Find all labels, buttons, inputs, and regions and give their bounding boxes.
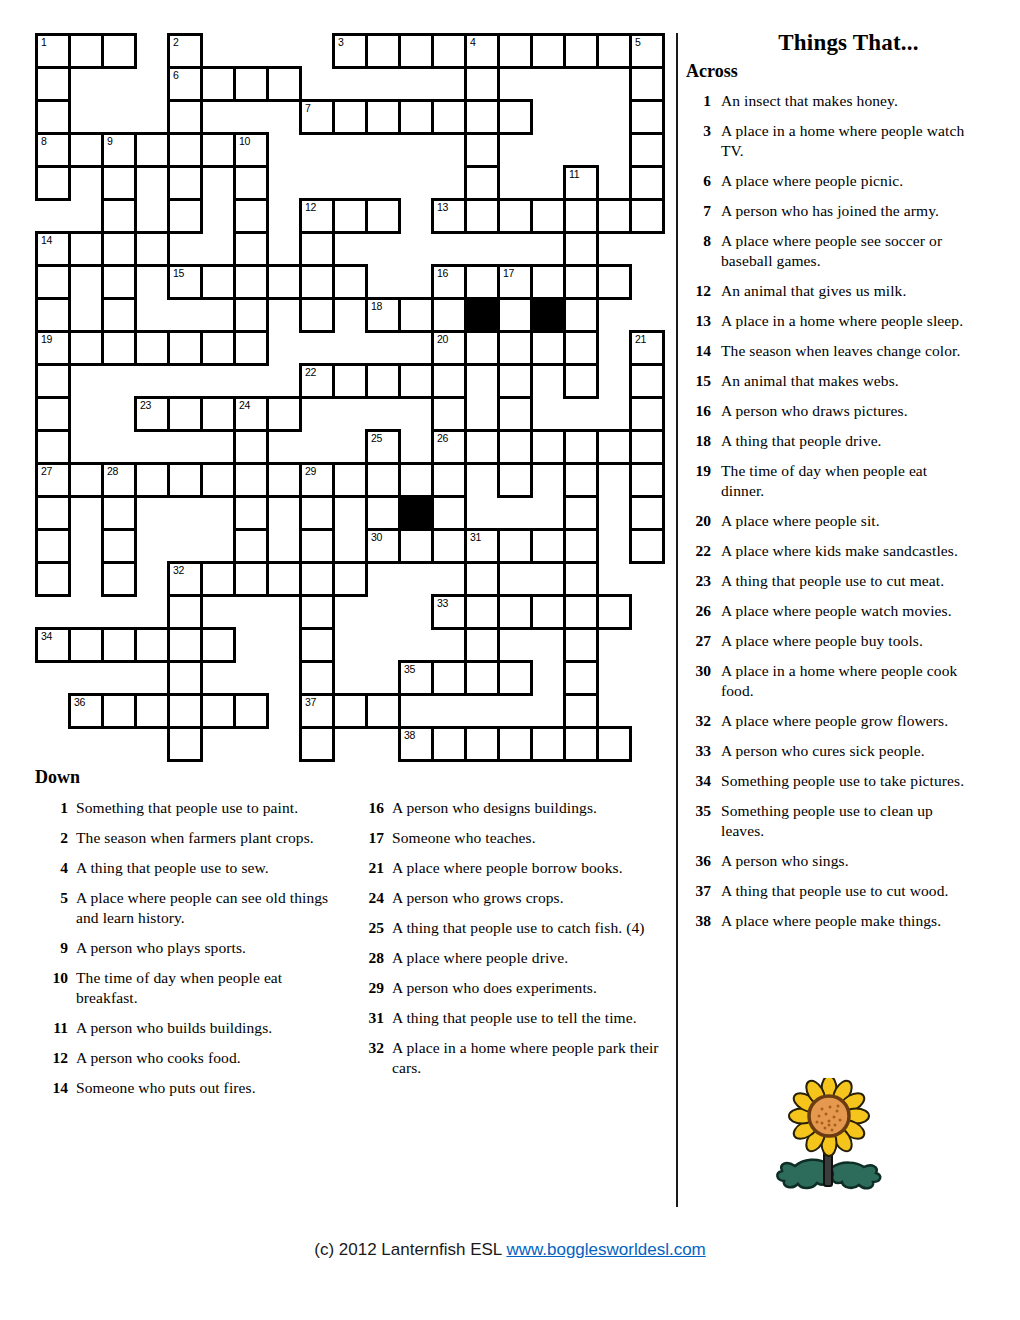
grid-cell-r14c6[interactable] <box>233 495 269 531</box>
grid-cell-r17c17[interactable] <box>596 594 632 630</box>
clue-32-across: 32A place where people grow flowers. <box>677 711 1020 731</box>
grid-cell-r9c3[interactable] <box>134 330 170 366</box>
clue-32-down: 32A place in a home where people park th… <box>360 1038 680 1078</box>
grid-cell-r16c0[interactable] <box>35 561 71 597</box>
grid-cell-r20c16[interactable] <box>563 693 599 729</box>
grid-cell-r19c12[interactable] <box>431 660 467 696</box>
cell-number-12: 12 <box>305 201 316 213</box>
grid-cell-r9c1[interactable] <box>68 330 104 366</box>
grid-cell-r13c8[interactable]: 29 <box>299 462 335 498</box>
grid-cell-r15c11[interactable] <box>398 528 434 564</box>
grid-cell-r20c5[interactable] <box>200 693 236 729</box>
grid-cell-r19c16[interactable] <box>563 660 599 696</box>
grid-cell-r11c0[interactable] <box>35 396 71 432</box>
grid-cell-r2c11[interactable] <box>398 99 434 135</box>
grid-cell-r15c2[interactable] <box>101 528 137 564</box>
grid-cell-r13c2[interactable]: 28 <box>101 462 137 498</box>
grid-cell-r16c4[interactable]: 32 <box>167 561 203 597</box>
grid-cell-r9c2[interactable] <box>101 330 137 366</box>
cell-number-11: 11 <box>569 168 579 180</box>
grid-cell-r8c11[interactable] <box>398 297 434 333</box>
grid-cell-r2c4[interactable] <box>167 99 203 135</box>
grid-cell-r5c12[interactable]: 13 <box>431 198 467 234</box>
grid-cell-r2c18[interactable] <box>629 99 665 135</box>
grid-cell-r14c10[interactable] <box>365 495 401 531</box>
grid-cell-r17c13[interactable] <box>464 594 500 630</box>
grid-cell-r14c0[interactable] <box>35 495 71 531</box>
grid-cell-r5c15[interactable] <box>530 198 566 234</box>
grid-cell-r13c6[interactable] <box>233 462 269 498</box>
grid-cell-r9c4[interactable] <box>167 330 203 366</box>
grid-cell-r15c0[interactable] <box>35 528 71 564</box>
grid-cell-r8c6[interactable] <box>233 297 269 333</box>
grid-cell-r9c14[interactable] <box>497 330 533 366</box>
grid-cell-r21c15[interactable] <box>530 726 566 762</box>
grid-cell-r18c2[interactable] <box>101 627 137 663</box>
grid-cell-r18c3[interactable] <box>134 627 170 663</box>
grid-cell-r13c4[interactable] <box>167 462 203 498</box>
grid-cell-r15c8[interactable] <box>299 528 335 564</box>
grid-cell-r14c8[interactable] <box>299 495 335 531</box>
clue-text: A place where people picnic. <box>721 171 969 191</box>
grid-cell-r7c15[interactable] <box>530 264 566 300</box>
grid-cell-r13c0[interactable]: 27 <box>35 462 71 498</box>
grid-cell-r1c4[interactable]: 6 <box>167 66 203 102</box>
grid-cell-r10c10[interactable] <box>365 363 401 399</box>
crossword-grid: 1234567891011121314151617181920212223242… <box>35 33 668 765</box>
grid-cell-r14c16[interactable] <box>563 495 599 531</box>
grid-cell-r6c2[interactable] <box>101 231 137 267</box>
grid-cell-r6c16[interactable] <box>563 231 599 267</box>
clue-number: 8 <box>677 231 721 251</box>
grid-cell-r13c10[interactable] <box>365 462 401 498</box>
grid-cell-r2c9[interactable] <box>332 99 368 135</box>
grid-cell-r17c16[interactable] <box>563 594 599 630</box>
grid-cell-r7c2[interactable] <box>101 264 137 300</box>
grid-cell-r3c6[interactable]: 10 <box>233 132 269 168</box>
clue-number: 14 <box>677 341 721 361</box>
down-clue-list-col2: 16A person who designs buildings.17Someo… <box>360 798 680 1088</box>
grid-cell-r0c4[interactable]: 2 <box>167 33 203 69</box>
grid-cell-r1c7[interactable] <box>266 66 302 102</box>
grid-cell-r19c14[interactable] <box>497 660 533 696</box>
grid-cell-r12c16[interactable] <box>563 429 599 465</box>
grid-cell-r13c7[interactable] <box>266 462 302 498</box>
clue-number: 33 <box>677 741 721 761</box>
grid-cell-r5c14[interactable] <box>497 198 533 234</box>
clue-text: A thing that people use to tell the time… <box>392 1008 672 1028</box>
grid-cell-r5c13[interactable] <box>464 198 500 234</box>
grid-cell-r1c18[interactable] <box>629 66 665 102</box>
grid-cell-r2c14[interactable] <box>497 99 533 135</box>
grid-cell-r11c18[interactable] <box>629 396 665 432</box>
cell-number-36: 36 <box>74 696 85 708</box>
clue-number: 15 <box>677 371 721 391</box>
cell-number-27: 27 <box>41 465 52 477</box>
clue-text: A person who designs buildings. <box>392 798 672 818</box>
grid-cell-r10c9[interactable] <box>332 363 368 399</box>
clue-number: 18 <box>677 431 721 451</box>
grid-cell-r19c11[interactable]: 35 <box>398 660 434 696</box>
clue-30-across: 30A place in a home where people cook fo… <box>677 661 1020 701</box>
grid-cell-r6c8[interactable] <box>299 231 335 267</box>
clue-number: 28 <box>360 948 392 968</box>
grid-cell-r11c6[interactable]: 24 <box>233 396 269 432</box>
grid-cell-r3c3[interactable] <box>134 132 170 168</box>
grid-cell-r4c18[interactable] <box>629 165 665 201</box>
grid-cell-r3c5[interactable] <box>200 132 236 168</box>
clue-text: An animal that makes webs. <box>721 371 969 391</box>
grid-cell-r5c2[interactable] <box>101 198 137 234</box>
clue-25-down: 25A thing that people use to catch fish.… <box>360 918 680 938</box>
grid-cell-r20c8[interactable]: 37 <box>299 693 335 729</box>
grid-cell-r17c15[interactable] <box>530 594 566 630</box>
grid-cell-r21c11[interactable]: 38 <box>398 726 434 762</box>
grid-cell-r21c12[interactable] <box>431 726 467 762</box>
grid-cell-r7c8[interactable] <box>299 264 335 300</box>
grid-cell-r20c10[interactable] <box>365 693 401 729</box>
grid-cell-r1c13[interactable] <box>464 66 500 102</box>
grid-cell-r11c12[interactable] <box>431 396 467 432</box>
grid-cell-r15c6[interactable] <box>233 528 269 564</box>
grid-cell-r7c17[interactable] <box>596 264 632 300</box>
across-clue-list: 1An insect that makes honey.3A place in … <box>677 91 1020 931</box>
grid-cell-r0c14[interactable] <box>497 33 533 69</box>
grid-cell-r0c2[interactable] <box>101 33 137 69</box>
clue-number: 16 <box>360 798 392 818</box>
clue-35-across: 35Something people use to clean up leave… <box>677 801 1020 841</box>
grid-cell-r5c4[interactable] <box>167 198 203 234</box>
grid-cell-r4c13[interactable] <box>464 165 500 201</box>
grid-cell-r17c14[interactable] <box>497 594 533 630</box>
grid-cell-r21c4[interactable] <box>167 726 203 762</box>
clue-3-across: 3A place in a home where people watch TV… <box>677 121 1020 161</box>
cell-number-20: 20 <box>437 333 448 345</box>
grid-cell-r4c0[interactable] <box>35 165 71 201</box>
grid-cell-r12c18[interactable] <box>629 429 665 465</box>
clue-text: Someone who puts out fires. <box>76 1078 331 1098</box>
grid-cell-r16c6[interactable] <box>233 561 269 597</box>
grid-cell-r7c4[interactable]: 15 <box>167 264 203 300</box>
cell-number-17: 17 <box>503 267 514 279</box>
clue-text: Something that people use to paint. <box>76 798 331 818</box>
grid-cell-r0c18[interactable]: 5 <box>629 33 665 69</box>
grid-cell-r11c7[interactable] <box>266 396 302 432</box>
grid-cell-r0c12[interactable] <box>431 33 467 69</box>
grid-cell-r17c8[interactable] <box>299 594 335 630</box>
grid-cell-r8c10[interactable]: 18 <box>365 297 401 333</box>
grid-cell-r1c6[interactable] <box>233 66 269 102</box>
across-section: Across 1An insect that makes honey.3A pl… <box>677 61 1020 941</box>
grid-cell-r13c3[interactable] <box>134 462 170 498</box>
cell-number-38: 38 <box>404 729 415 741</box>
grid-cell-r10c8[interactable]: 22 <box>299 363 335 399</box>
grid-cell-r13c18[interactable] <box>629 462 665 498</box>
grid-cell-r6c0[interactable]: 14 <box>35 231 71 267</box>
grid-cell-r21c8[interactable] <box>299 726 335 762</box>
grid-cell-r10c0[interactable] <box>35 363 71 399</box>
grid-cell-r2c0[interactable] <box>35 99 71 135</box>
grid-cell-r18c16[interactable] <box>563 627 599 663</box>
grid-cell-r10c12[interactable] <box>431 363 467 399</box>
grid-cell-r1c5[interactable] <box>200 66 236 102</box>
grid-cell-r16c5[interactable] <box>200 561 236 597</box>
grid-cell-r11c3[interactable]: 23 <box>134 396 170 432</box>
grid-cell-r15c15[interactable] <box>530 528 566 564</box>
grid-cell-r14c2[interactable] <box>101 495 137 531</box>
grid-cell-r16c16[interactable] <box>563 561 599 597</box>
grid-cell-r6c3[interactable] <box>134 231 170 267</box>
clue-2-down: 2The season when farmers plant crops. <box>35 828 345 848</box>
cell-number-23: 23 <box>140 399 151 411</box>
grid-cell-r9c13[interactable] <box>464 330 500 366</box>
clue-number: 32 <box>360 1038 392 1058</box>
grid-cell-r12c13[interactable] <box>464 429 500 465</box>
clue-9-down: 9A person who plays sports. <box>35 938 345 958</box>
grid-cell-r8c0[interactable] <box>35 297 71 333</box>
grid-cell-r11c14[interactable] <box>497 396 533 432</box>
grid-cell-r21c14[interactable] <box>497 726 533 762</box>
cell-number-8: 8 <box>41 135 47 147</box>
grid-cell-r7c7[interactable] <box>266 264 302 300</box>
cell-number-24: 24 <box>239 399 250 411</box>
clue-text: Something people use to take pictures. <box>721 771 969 791</box>
clue-text: A thing that people use to catch fish. (… <box>392 918 672 938</box>
grid-cell-r8c2[interactable] <box>101 297 137 333</box>
grid-cell-r7c16[interactable] <box>563 264 599 300</box>
grid-cell-r1c0[interactable] <box>35 66 71 102</box>
grid-cell-r20c9[interactable] <box>332 693 368 729</box>
clue-37-across: 37A thing that people use to cut wood. <box>677 881 1020 901</box>
grid-cell-r7c13[interactable] <box>464 264 500 300</box>
grid-cell-r7c12[interactable]: 16 <box>431 264 467 300</box>
grid-cell-r2c10[interactable] <box>365 99 401 135</box>
footer-link[interactable]: www.bogglesworldesl.com <box>506 1240 705 1259</box>
grid-cell-r18c1[interactable] <box>68 627 104 663</box>
clue-text: The season when leaves change color. <box>721 341 969 361</box>
grid-cell-r20c1[interactable]: 36 <box>68 693 104 729</box>
grid-cell-r4c2[interactable] <box>101 165 137 201</box>
clue-number: 31 <box>360 1008 392 1028</box>
grid-cell-r8c8[interactable] <box>299 297 335 333</box>
grid-cell-r3c13[interactable] <box>464 132 500 168</box>
down-clue-list-col1: 1Something that people use to paint.2The… <box>35 798 345 1108</box>
grid-cell-r5c16[interactable] <box>563 198 599 234</box>
grid-cell-r5c6[interactable] <box>233 198 269 234</box>
grid-cell-r12c10[interactable]: 25 <box>365 429 401 465</box>
grid-cell-r2c12[interactable] <box>431 99 467 135</box>
grid-cell-r0c11[interactable] <box>398 33 434 69</box>
grid-cell-r2c13[interactable] <box>464 99 500 135</box>
grid-cell-r15c10[interactable]: 30 <box>365 528 401 564</box>
clue-text: An animal that gives us milk. <box>721 281 969 301</box>
grid-cell-r12c14[interactable] <box>497 429 533 465</box>
grid-cell-r10c18[interactable] <box>629 363 665 399</box>
grid-cell-r16c7[interactable] <box>266 561 302 597</box>
cell-number-34: 34 <box>41 630 52 642</box>
grid-cell-r17c12[interactable]: 33 <box>431 594 467 630</box>
cell-number-10: 10 <box>239 135 250 147</box>
grid-cell-r12c6[interactable] <box>233 429 269 465</box>
grid-cell-r21c16[interactable] <box>563 726 599 762</box>
grid-cell-r6c1[interactable] <box>68 231 104 267</box>
grid-cell-r18c4[interactable] <box>167 627 203 663</box>
grid-cell-r12c12[interactable]: 26 <box>431 429 467 465</box>
grid-cell-r9c0[interactable]: 19 <box>35 330 71 366</box>
grid-cell-r15c13[interactable]: 31 <box>464 528 500 564</box>
clue-26-across: 26A place where people watch movies. <box>677 601 1020 621</box>
grid-cell-r10c11[interactable] <box>398 363 434 399</box>
grid-cell-r15c16[interactable] <box>563 528 599 564</box>
grid-cell-r5c8[interactable]: 12 <box>299 198 335 234</box>
clue-8-across: 8A place where people see soccer or base… <box>677 231 1020 271</box>
grid-cell-r17c4[interactable] <box>167 594 203 630</box>
grid-cell-r16c9[interactable] <box>332 561 368 597</box>
grid-cell-r0c1[interactable] <box>68 33 104 69</box>
clue-number: 12 <box>35 1048 76 1068</box>
grid-cell-r5c17[interactable] <box>596 198 632 234</box>
grid-cell-r12c15[interactable] <box>530 429 566 465</box>
grid-cell-r18c13[interactable] <box>464 627 500 663</box>
clue-29-down: 29A person who does experiments. <box>360 978 680 998</box>
grid-cell-r7c6[interactable] <box>233 264 269 300</box>
clue-number: 19 <box>677 461 721 481</box>
grid-cell-r18c5[interactable] <box>200 627 236 663</box>
grid-cell-r13c5[interactable] <box>200 462 236 498</box>
grid-cell-r19c13[interactable] <box>464 660 500 696</box>
grid-cell-r0c16[interactable] <box>563 33 599 69</box>
grid-cell-r7c9[interactable] <box>332 264 368 300</box>
clue-text: A place in a home where people park thei… <box>392 1038 672 1078</box>
grid-cell-r16c8[interactable] <box>299 561 335 597</box>
clue-number: 32 <box>677 711 721 731</box>
grid-cell-r14c12[interactable] <box>431 495 467 531</box>
grid-cell-r20c2[interactable] <box>101 693 137 729</box>
clue-number: 3 <box>677 121 721 141</box>
clue-text: Something people use to clean up leaves. <box>721 801 969 841</box>
clue-text: A place where kids make sandcastles. <box>721 541 969 561</box>
grid-cell-r8c14[interactable] <box>497 297 533 333</box>
clue-number: 4 <box>35 858 76 878</box>
grid-cell-r19c4[interactable] <box>167 660 203 696</box>
grid-cell-r12c17[interactable] <box>596 429 632 465</box>
cell-number-22: 22 <box>305 366 316 378</box>
grid-cell-r15c12[interactable] <box>431 528 467 564</box>
grid-cell-r15c14[interactable] <box>497 528 533 564</box>
grid-cell-r13c12[interactable] <box>431 462 467 498</box>
sunflower-disc <box>809 1096 849 1136</box>
grid-cell-r8c16[interactable] <box>563 297 599 333</box>
clue-number: 10 <box>35 968 76 988</box>
grid-cell-r18c8[interactable] <box>299 627 335 663</box>
clue-text: A person who plays sports. <box>76 938 331 958</box>
grid-cell-r19c8[interactable] <box>299 660 335 696</box>
cell-number-30: 30 <box>371 531 382 543</box>
grid-cell-r5c18[interactable] <box>629 198 665 234</box>
grid-cell-r4c4[interactable] <box>167 165 203 201</box>
grid-cell-r9c15[interactable] <box>530 330 566 366</box>
grid-cell-r16c2[interactable] <box>101 561 137 597</box>
grid-cell-r4c16[interactable]: 11 <box>563 165 599 201</box>
grid-cell-r3c4[interactable] <box>167 132 203 168</box>
clue-27-across: 27A place where people buy tools. <box>677 631 1020 651</box>
grid-cell-r20c4[interactable] <box>167 693 203 729</box>
grid-cell-r0c17[interactable] <box>596 33 632 69</box>
grid-cell-r18c0[interactable]: 34 <box>35 627 71 663</box>
grid-cell-r15c18[interactable] <box>629 528 665 564</box>
grid-cell-r21c13[interactable] <box>464 726 500 762</box>
clue-text: A person who draws pictures. <box>721 401 969 421</box>
grid-cell-r0c15[interactable] <box>530 33 566 69</box>
grid-cell-r10c16[interactable] <box>563 363 599 399</box>
black-cell-r8c13 <box>464 297 500 333</box>
grid-cell-r13c11[interactable] <box>398 462 434 498</box>
grid-cell-r0c10[interactable] <box>365 33 401 69</box>
grid-cell-r0c9[interactable]: 3 <box>332 33 368 69</box>
clue-number: 6 <box>677 171 721 191</box>
grid-cell-r3c18[interactable] <box>629 132 665 168</box>
grid-cell-r13c14[interactable] <box>497 462 533 498</box>
clue-number: 11 <box>35 1018 76 1038</box>
grid-cell-r7c14[interactable]: 17 <box>497 264 533 300</box>
grid-cell-r8c12[interactable] <box>431 297 467 333</box>
grid-cell-r9c18[interactable]: 21 <box>629 330 665 366</box>
grid-cell-r2c8[interactable]: 7 <box>299 99 335 135</box>
clue-text: A place in a home where people watch TV. <box>721 121 969 161</box>
cell-number-13: 13 <box>437 201 448 213</box>
cell-number-26: 26 <box>437 432 448 444</box>
grid-cell-r20c3[interactable] <box>134 693 170 729</box>
grid-cell-r3c1[interactable] <box>68 132 104 168</box>
grid-cell-r9c12[interactable]: 20 <box>431 330 467 366</box>
sunflower-icon <box>772 1078 887 1192</box>
clue-text: A person who cures sick people. <box>721 741 969 761</box>
grid-cell-r10c14[interactable] <box>497 363 533 399</box>
grid-cell-r0c0[interactable]: 1 <box>35 33 71 69</box>
grid-cell-r3c0[interactable]: 8 <box>35 132 71 168</box>
grid-cell-r5c10[interactable] <box>365 198 401 234</box>
grid-cell-r6c6[interactable] <box>233 231 269 267</box>
cell-number-2: 2 <box>173 36 179 48</box>
grid-cell-r21c17[interactable] <box>596 726 632 762</box>
grid-cell-r12c0[interactable] <box>35 429 71 465</box>
grid-cell-r13c9[interactable] <box>332 462 368 498</box>
grid-cell-r9c5[interactable] <box>200 330 236 366</box>
grid-cell-r20c6[interactable] <box>233 693 269 729</box>
grid-cell-r9c6[interactable] <box>233 330 269 366</box>
clue-text: A place where people sit. <box>721 511 969 531</box>
grid-cell-r4c6[interactable] <box>233 165 269 201</box>
grid-cell-r5c9[interactable] <box>332 198 368 234</box>
across-heading: Across <box>686 61 1020 82</box>
grid-cell-r13c1[interactable] <box>68 462 104 498</box>
grid-cell-r11c4[interactable] <box>167 396 203 432</box>
grid-cell-r13c16[interactable] <box>563 462 599 498</box>
grid-cell-r9c16[interactable] <box>563 330 599 366</box>
cell-number-21: 21 <box>635 333 646 345</box>
clue-number: 22 <box>677 541 721 561</box>
grid-cell-r16c13[interactable] <box>464 561 500 597</box>
clue-text: A place where people grow flowers. <box>721 711 969 731</box>
grid-cell-r7c0[interactable] <box>35 264 71 300</box>
cell-number-1: 1 <box>41 36 47 48</box>
grid-cell-r14c18[interactable] <box>629 495 665 531</box>
grid-cell-r11c5[interactable] <box>200 396 236 432</box>
grid-cell-r3c2[interactable]: 9 <box>101 132 137 168</box>
clue-number: 17 <box>360 828 392 848</box>
grid-cell-r0c13[interactable]: 4 <box>464 33 500 69</box>
grid-cell-r7c5[interactable] <box>200 264 236 300</box>
